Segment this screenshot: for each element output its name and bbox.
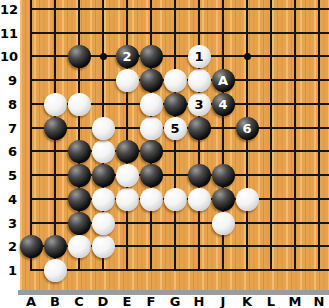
row-label-6: 6: [0, 144, 17, 160]
grid-line-col-A: [30, 0, 32, 271]
col-label-B: B: [43, 295, 67, 308]
col-label-E: E: [115, 295, 139, 308]
stone-black-E6[interactable]: [116, 140, 139, 163]
col-label-D: D: [91, 295, 115, 308]
stone-black-E10[interactable]: 2: [116, 45, 139, 68]
stone-white-K4[interactable]: [236, 188, 259, 211]
move-label-3: 3: [194, 98, 203, 111]
move-label-A: A: [218, 74, 228, 87]
stone-white-E9[interactable]: [116, 69, 139, 92]
row-label-9: 9: [0, 73, 17, 89]
stone-white-H10[interactable]: 1: [188, 45, 211, 68]
col-label-H: H: [187, 295, 211, 308]
move-label-5: 5: [170, 122, 179, 135]
star-point-K10: [244, 53, 251, 60]
move-label-2: 2: [122, 50, 131, 63]
move-label-1: 1: [194, 50, 203, 63]
stone-black-H5[interactable]: [188, 164, 211, 187]
stone-white-C2[interactable]: [68, 235, 91, 258]
row-label-8: 8: [0, 97, 17, 113]
grid-line-col-L: [270, 0, 272, 271]
stone-black-A2[interactable]: [20, 235, 43, 258]
move-label-4: 4: [218, 98, 227, 111]
stone-black-K7[interactable]: 6: [236, 117, 259, 140]
stone-black-C3[interactable]: [68, 212, 91, 235]
stone-white-C8[interactable]: [68, 93, 91, 116]
stone-white-F8[interactable]: [140, 93, 163, 116]
stone-white-G4[interactable]: [164, 188, 187, 211]
col-label-F: F: [139, 295, 163, 308]
stone-black-C5[interactable]: [68, 164, 91, 187]
stone-white-F7[interactable]: [140, 117, 163, 140]
star-point-D10: [100, 53, 107, 60]
col-label-K: K: [235, 295, 259, 308]
col-label-C: C: [67, 295, 91, 308]
stone-black-F6[interactable]: [140, 140, 163, 163]
grid-line-col-N: [318, 0, 320, 271]
stone-black-J8[interactable]: 4: [212, 93, 235, 116]
grid-line-row-1: [30, 269, 329, 271]
stone-white-F4[interactable]: [140, 188, 163, 211]
stone-white-D4[interactable]: [92, 188, 115, 211]
stone-black-B2[interactable]: [44, 235, 67, 258]
stone-white-H4[interactable]: [188, 188, 211, 211]
col-label-M: M: [283, 295, 307, 308]
stone-black-F9[interactable]: [140, 69, 163, 92]
row-label-12: 12: [0, 2, 17, 18]
go-diagram: 64A2531 121110987654321 ABCDEFGHJKLMN: [0, 0, 329, 308]
stone-black-F5[interactable]: [140, 164, 163, 187]
col-label-A: A: [19, 295, 43, 308]
stone-white-D7[interactable]: [92, 117, 115, 140]
stone-white-J3[interactable]: [212, 212, 235, 235]
stone-white-H8[interactable]: 3: [188, 93, 211, 116]
stone-black-C6[interactable]: [68, 140, 91, 163]
row-label-3: 3: [0, 216, 17, 232]
stone-black-D5[interactable]: [92, 164, 115, 187]
col-label-J: J: [211, 295, 235, 308]
stone-black-C10[interactable]: [68, 45, 91, 68]
stone-black-C4[interactable]: [68, 188, 91, 211]
stone-black-H7[interactable]: [188, 117, 211, 140]
stone-black-B7[interactable]: [44, 117, 67, 140]
stone-black-J4[interactable]: [212, 188, 235, 211]
grid-line-row-11: [30, 32, 329, 34]
grid-line-row-12: [30, 8, 329, 10]
stone-black-G8[interactable]: [164, 93, 187, 116]
row-label-5: 5: [0, 168, 17, 184]
go-board[interactable]: 64A2531: [20, 0, 329, 290]
col-label-L: L: [259, 295, 283, 308]
stone-white-D3[interactable]: [92, 212, 115, 235]
stone-white-E5[interactable]: [116, 164, 139, 187]
row-label-10: 10: [0, 49, 17, 65]
stone-white-G9[interactable]: [164, 69, 187, 92]
row-label-11: 11: [0, 26, 17, 42]
grid-line-col-M: [294, 0, 296, 271]
col-label-G: G: [163, 295, 187, 308]
stone-black-J5[interactable]: [212, 164, 235, 187]
row-label-2: 2: [0, 239, 17, 255]
stone-black-J9[interactable]: A: [212, 69, 235, 92]
row-label-1: 1: [0, 263, 17, 279]
stone-black-F10[interactable]: [140, 45, 163, 68]
stone-white-B1[interactable]: [44, 259, 67, 282]
col-label-N: N: [307, 295, 329, 308]
move-label-6: 6: [242, 122, 251, 135]
stone-white-D2[interactable]: [92, 235, 115, 258]
grid-line-col-E: [126, 0, 128, 271]
stone-white-B8[interactable]: [44, 93, 67, 116]
stone-white-E4[interactable]: [116, 188, 139, 211]
row-label-4: 4: [0, 192, 17, 208]
stone-white-G7[interactable]: 5: [164, 117, 187, 140]
stone-white-H9[interactable]: [188, 69, 211, 92]
row-label-7: 7: [0, 121, 17, 137]
stone-white-D6[interactable]: [92, 140, 115, 163]
